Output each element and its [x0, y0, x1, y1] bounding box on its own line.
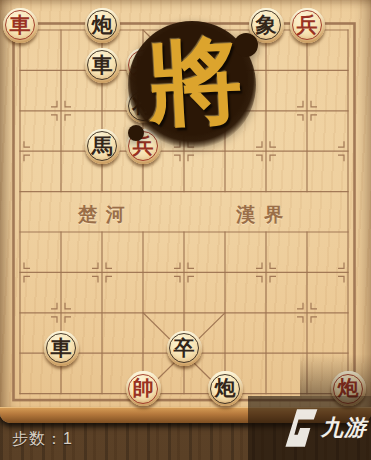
piece-red-general[interactable]: 帥	[126, 371, 161, 406]
piece-red-chariot[interactable]: 車	[3, 8, 38, 43]
piece-black-cannon[interactable]: 炮	[85, 8, 120, 43]
river-label-han: 漢界	[216, 202, 312, 226]
move-counter: 步数：1	[12, 429, 73, 450]
nine-game-logo-icon	[282, 408, 320, 448]
piece-black-cannon[interactable]: 炮	[208, 371, 243, 406]
watermark-text: 九游	[321, 413, 367, 443]
piece-black-chariot[interactable]: 車	[85, 48, 120, 83]
check-animation-overlay: 將	[128, 21, 256, 149]
watermark: 九游	[248, 396, 371, 460]
check-text: 將	[145, 16, 246, 148]
river-label-chu: 楚河	[58, 202, 154, 226]
xiangqi-game-screen: 楚河 漢界 車炮象兵車兵将馬兵車卒帥炮炮 將 步数：1 九游	[0, 0, 371, 460]
piece-black-soldier[interactable]: 卒	[167, 331, 202, 366]
piece-black-horse[interactable]: 馬	[85, 129, 120, 164]
piece-red-soldier[interactable]: 兵	[290, 8, 325, 43]
piece-black-chariot[interactable]: 車	[44, 331, 79, 366]
